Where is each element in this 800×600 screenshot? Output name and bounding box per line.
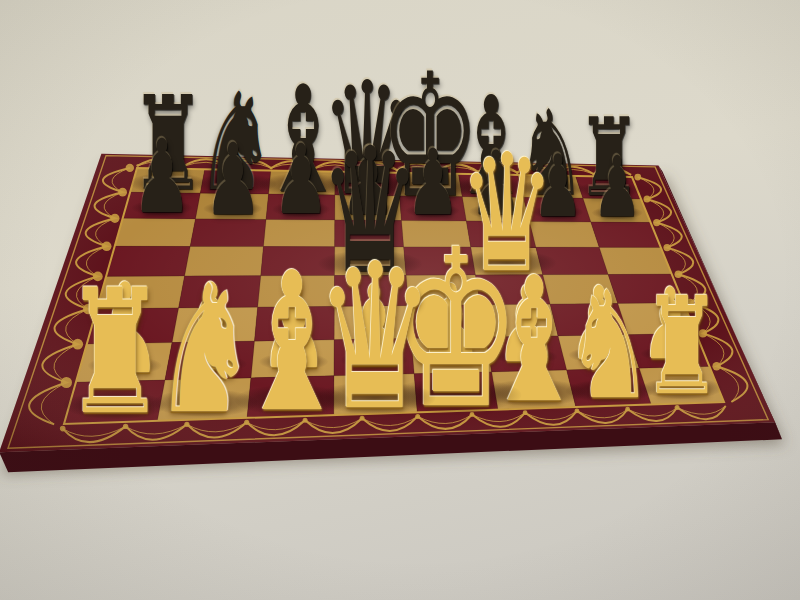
photo-backdrop: chess ♜♞♝♛♚♝♞♜♟♟♟♟♟♟♟♟♛♛♟♟♟♟♟♟♟♟♜♞♝♚♛♝♞♜ <box>0 0 800 600</box>
piece-black-pawn-b7[interactable]: ♟ <box>203 129 262 228</box>
piece-gold-knight-b1[interactable]: ♞ <box>153 261 257 438</box>
piece-black-pawn-a7[interactable]: ♟ <box>132 126 192 228</box>
piece-gold-rook-a1[interactable]: ♜ <box>64 268 166 440</box>
piece-gold-rook-h1[interactable]: ♜ <box>642 280 722 415</box>
piece-black-pawn-h7[interactable]: ♟ <box>593 146 643 230</box>
